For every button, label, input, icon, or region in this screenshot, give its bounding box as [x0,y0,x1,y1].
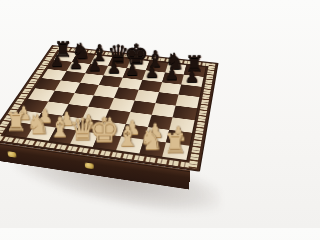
square-h6 [179,84,202,97]
square-b3 [41,101,68,115]
square-f3 [126,112,152,127]
board-grid: ♜♞♝♛♚♝♞♜♟♟♟♟♟♟♟♟♟♟♟♟♟♟♟♟♜♞♝♛♚♝♞♜ [5,51,206,160]
square-b4 [48,91,74,104]
square-f5 [134,90,158,103]
square-c6 [80,73,104,85]
product-photo: ♜♞♝♛♚♝♞♜♟♟♟♟♟♟♟♟♟♟♟♟♟♟♟♟♜♞♝♛♚♝♞♜ [0,0,228,228]
square-e1: ♚ [93,134,121,151]
piece-white-pawn: ♟ [37,107,53,125]
square-d2: ♟ [77,118,104,133]
brass-clasp-center [85,162,94,169]
scene: ♜♞♝♛♚♝♞♜♟♟♟♟♟♟♟♟♟♟♟♟♟♟♟♟♜♞♝♛♚♝♞♜ [0,0,228,228]
chess-board: ♜♞♝♛♚♝♞♜♟♟♟♟♟♟♟♟♟♟♟♟♟♟♟♟♜♞♝♛♚♝♞♜ [0,45,219,172]
piece-white-pawn: ♟ [80,113,97,131]
square-h1: ♜ [162,143,189,160]
square-h3 [170,117,195,132]
square-a3 [21,99,48,113]
brass-clasp-left [8,151,17,158]
square-g1: ♞ [139,140,166,157]
square-d4 [89,96,114,110]
